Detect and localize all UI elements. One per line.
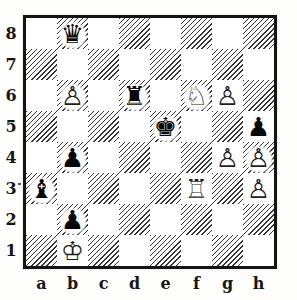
square-d4 [119,142,150,173]
square-d6: ♜ [119,80,150,111]
square-h1 [243,235,274,266]
piece-white-king-b1: ♔ [59,236,87,266]
square-b2: ♟ [57,204,88,235]
square-b7 [57,49,88,80]
square-e5: ♚ [150,111,181,142]
square-c2 [88,204,119,235]
chess-board: ♛♙♜♘♙♚♟♟♙♙♝♖♙♟♔ [23,15,277,269]
square-f3: ♖ [181,173,212,204]
square-b4: ♟ [57,142,88,173]
square-c5 [88,111,119,142]
square-f7 [181,49,212,80]
square-c8 [88,18,119,49]
square-f1 [181,235,212,266]
piece-black-king-e5: ♚ [152,112,180,142]
rank-label-1: 1 [2,235,20,266]
square-c7 [88,49,119,80]
square-f5 [181,111,212,142]
square-a1 [26,235,57,266]
piece-white-pawn-h4: ♙ [245,143,273,173]
square-g8 [212,18,243,49]
square-f6: ♘ [181,80,212,111]
square-c6 [88,80,119,111]
square-c3 [88,173,119,204]
file-label-e: e [150,273,181,297]
square-a7 [26,49,57,80]
square-c4 [88,142,119,173]
square-e3 [150,173,181,204]
square-g5 [212,111,243,142]
square-b8: ♛ [57,18,88,49]
square-g4: ♙ [212,142,243,173]
piece-black-bishop-a3: ♝ [28,174,56,204]
piece-white-pawn-h3: ♙ [245,174,273,204]
file-label-b: b [57,273,88,297]
square-h2 [243,204,274,235]
file-label-c: c [88,273,119,297]
square-a2 [26,204,57,235]
piece-white-pawn-g6: ♙ [214,81,242,111]
print-noise-speck [18,183,21,185]
square-d3 [119,173,150,204]
square-d2 [119,204,150,235]
piece-black-pawn-b4: ♟ [59,143,87,173]
square-b6: ♙ [57,80,88,111]
rank-label-8: 8 [2,18,20,49]
square-a6 [26,80,57,111]
square-g1 [212,235,243,266]
square-h4: ♙ [243,142,274,173]
square-e7 [150,49,181,80]
chess-diagram-page: ♛♙♜♘♙♚♟♟♙♙♝♖♙♟♔ 87654321 abcdefgh [0,0,297,300]
piece-black-pawn-h5: ♟ [245,112,273,142]
rank-label-6: 6 [2,80,20,111]
square-e1 [150,235,181,266]
square-f4 [181,142,212,173]
square-a5 [26,111,57,142]
square-a4 [26,142,57,173]
square-g3 [212,173,243,204]
square-h8 [243,18,274,49]
file-label-g: g [212,273,243,297]
piece-black-rook-d6: ♜ [121,81,149,111]
rank-label-7: 7 [2,49,20,80]
square-c1 [88,235,119,266]
square-a8 [26,18,57,49]
square-h7 [243,49,274,80]
rank-label-4: 4 [2,142,20,173]
piece-black-pawn-b2: ♟ [59,205,87,235]
square-d5 [119,111,150,142]
square-e4 [150,142,181,173]
file-label-f: f [181,273,212,297]
square-h5: ♟ [243,111,274,142]
rank-label-5: 5 [2,111,20,142]
square-e2 [150,204,181,235]
square-e8 [150,18,181,49]
piece-white-knight-f6: ♘ [183,81,211,111]
square-b3 [57,173,88,204]
square-d8 [119,18,150,49]
square-g6: ♙ [212,80,243,111]
piece-black-queen-b8: ♛ [59,19,87,49]
rank-label-3: 3 [2,173,20,204]
square-b1: ♔ [57,235,88,266]
square-e6 [150,80,181,111]
square-h6 [243,80,274,111]
piece-white-pawn-g4: ♙ [214,143,242,173]
square-g7 [212,49,243,80]
square-b5 [57,111,88,142]
square-a3: ♝ [26,173,57,204]
square-f8 [181,18,212,49]
square-f2 [181,204,212,235]
piece-white-pawn-b6: ♙ [59,81,87,111]
square-g2 [212,204,243,235]
file-label-d: d [119,273,150,297]
square-h3: ♙ [243,173,274,204]
file-label-h: h [243,273,274,297]
square-d7 [119,49,150,80]
file-label-a: a [26,273,57,297]
square-d1 [119,235,150,266]
piece-white-rook-f3: ♖ [183,174,211,204]
rank-label-2: 2 [2,204,20,235]
